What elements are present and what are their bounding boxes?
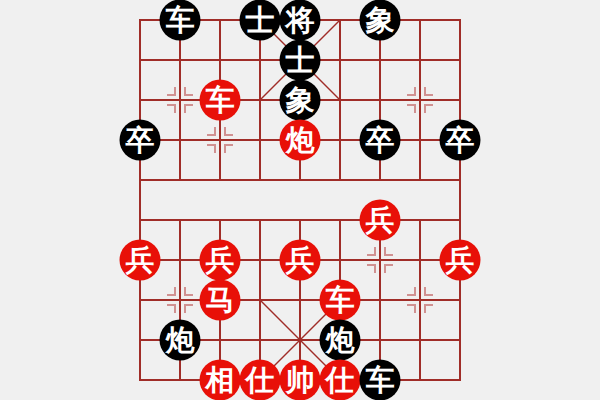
- point-2-7[interactable]: 马: [200, 280, 240, 320]
- point-7-4[interactable]: [400, 160, 440, 200]
- piece-red-chariot[interactable]: 车: [200, 80, 241, 121]
- point-2-9[interactable]: 相: [200, 360, 240, 400]
- point-7-6[interactable]: [400, 240, 440, 280]
- point-1-6[interactable]: [160, 240, 200, 280]
- point-8-3[interactable]: 卒: [440, 120, 480, 160]
- piece-black-soldier[interactable]: 卒: [360, 120, 401, 161]
- point-8-7[interactable]: [440, 280, 480, 320]
- point-5-3[interactable]: [320, 120, 360, 160]
- point-8-5[interactable]: [440, 200, 480, 240]
- point-7-1[interactable]: [400, 40, 440, 80]
- point-1-0[interactable]: 车: [160, 0, 200, 40]
- point-1-4[interactable]: [160, 160, 200, 200]
- piece-red-chariot[interactable]: 车: [320, 280, 361, 321]
- point-3-6[interactable]: [240, 240, 280, 280]
- point-6-6[interactable]: [360, 240, 400, 280]
- point-4-2[interactable]: 象: [280, 80, 320, 120]
- point-2-2[interactable]: 车: [200, 80, 240, 120]
- point-1-9[interactable]: [160, 360, 200, 400]
- piece-red-elephant[interactable]: 相: [200, 360, 241, 400]
- point-2-4[interactable]: [200, 160, 240, 200]
- piece-black-chariot[interactable]: 车: [160, 0, 201, 41]
- point-4-4[interactable]: [280, 160, 320, 200]
- xiangqi-board-screen: 车士将象士车象卒炮卒卒兵兵兵兵兵马车炮炮相仕帅仕车: [0, 0, 600, 400]
- point-4-0[interactable]: 将: [280, 0, 320, 40]
- point-5-4[interactable]: [320, 160, 360, 200]
- point-5-9[interactable]: 仕: [320, 360, 360, 400]
- piece-black-elephant[interactable]: 象: [280, 80, 321, 121]
- xiangqi-board: 车士将象士车象卒炮卒卒兵兵兵兵兵马车炮炮相仕帅仕车: [120, 0, 480, 400]
- piece-red-horse[interactable]: 马: [200, 280, 241, 321]
- point-0-3[interactable]: 卒: [120, 120, 160, 160]
- point-8-1[interactable]: [440, 40, 480, 80]
- point-0-8[interactable]: [120, 320, 160, 360]
- piece-black-general[interactable]: 将: [280, 0, 321, 41]
- point-4-5[interactable]: [280, 200, 320, 240]
- point-8-6[interactable]: 兵: [440, 240, 480, 280]
- point-0-5[interactable]: [120, 200, 160, 240]
- point-3-4[interactable]: [240, 160, 280, 200]
- point-3-9[interactable]: 仕: [240, 360, 280, 400]
- point-3-7[interactable]: [240, 280, 280, 320]
- piece-red-advisor[interactable]: 仕: [240, 360, 281, 400]
- point-3-8[interactable]: [240, 320, 280, 360]
- point-0-7[interactable]: [120, 280, 160, 320]
- point-2-3[interactable]: [200, 120, 240, 160]
- point-2-0[interactable]: [200, 0, 240, 40]
- point-4-9[interactable]: 帅: [280, 360, 320, 400]
- point-8-0[interactable]: [440, 0, 480, 40]
- point-6-5[interactable]: 兵: [360, 200, 400, 240]
- point-3-1[interactable]: [240, 40, 280, 80]
- point-5-8[interactable]: 炮: [320, 320, 360, 360]
- piece-red-soldier[interactable]: 兵: [360, 200, 401, 241]
- point-7-3[interactable]: [400, 120, 440, 160]
- piece-red-soldier[interactable]: 兵: [440, 240, 481, 281]
- point-2-8[interactable]: [200, 320, 240, 360]
- point-6-3[interactable]: 卒: [360, 120, 400, 160]
- point-3-5[interactable]: [240, 200, 280, 240]
- point-1-1[interactable]: [160, 40, 200, 80]
- point-2-1[interactable]: [200, 40, 240, 80]
- point-2-5[interactable]: [200, 200, 240, 240]
- point-8-9[interactable]: [440, 360, 480, 400]
- point-4-3[interactable]: 炮: [280, 120, 320, 160]
- point-8-2[interactable]: [440, 80, 480, 120]
- point-7-8[interactable]: [400, 320, 440, 360]
- point-1-7[interactable]: [160, 280, 200, 320]
- point-1-3[interactable]: [160, 120, 200, 160]
- point-8-8[interactable]: [440, 320, 480, 360]
- point-7-0[interactable]: [400, 0, 440, 40]
- point-3-3[interactable]: [240, 120, 280, 160]
- piece-red-soldier[interactable]: 兵: [280, 240, 321, 281]
- point-7-7[interactable]: [400, 280, 440, 320]
- point-0-9[interactable]: [120, 360, 160, 400]
- point-1-8[interactable]: 炮: [160, 320, 200, 360]
- point-6-4[interactable]: [360, 160, 400, 200]
- piece-black-cannon[interactable]: 炮: [320, 320, 361, 361]
- piece-black-elephant[interactable]: 象: [360, 0, 401, 41]
- piece-black-advisor[interactable]: 士: [280, 40, 321, 81]
- point-5-1[interactable]: [320, 40, 360, 80]
- piece-black-advisor[interactable]: 士: [240, 0, 281, 41]
- point-4-8[interactable]: [280, 320, 320, 360]
- point-3-2[interactable]: [240, 80, 280, 120]
- point-4-1[interactable]: 士: [280, 40, 320, 80]
- point-1-5[interactable]: [160, 200, 200, 240]
- point-7-5[interactable]: [400, 200, 440, 240]
- piece-red-cannon[interactable]: 炮: [280, 120, 321, 161]
- point-0-2[interactable]: [120, 80, 160, 120]
- point-0-1[interactable]: [120, 40, 160, 80]
- point-3-0[interactable]: 士: [240, 0, 280, 40]
- point-6-9[interactable]: 车: [360, 360, 400, 400]
- piece-red-soldier[interactable]: 兵: [120, 240, 161, 281]
- point-7-9[interactable]: [400, 360, 440, 400]
- point-5-0[interactable]: [320, 0, 360, 40]
- point-0-6[interactable]: 兵: [120, 240, 160, 280]
- point-5-5[interactable]: [320, 200, 360, 240]
- piece-black-soldier[interactable]: 卒: [440, 120, 481, 161]
- piece-red-soldier[interactable]: 兵: [200, 240, 241, 281]
- point-8-4[interactable]: [440, 160, 480, 200]
- point-6-8[interactable]: [360, 320, 400, 360]
- piece-black-chariot[interactable]: 车: [360, 360, 401, 400]
- point-5-6[interactable]: [320, 240, 360, 280]
- piece-red-advisor[interactable]: 仕: [320, 360, 361, 400]
- piece-black-cannon[interactable]: 炮: [160, 320, 201, 361]
- point-0-0[interactable]: [120, 0, 160, 40]
- piece-red-general[interactable]: 帅: [280, 360, 321, 400]
- point-6-0[interactable]: 象: [360, 0, 400, 40]
- point-6-1[interactable]: [360, 40, 400, 80]
- point-5-2[interactable]: [320, 80, 360, 120]
- point-6-2[interactable]: [360, 80, 400, 120]
- point-6-7[interactable]: [360, 280, 400, 320]
- piece-black-soldier[interactable]: 卒: [120, 120, 161, 161]
- point-7-2[interactable]: [400, 80, 440, 120]
- point-4-6[interactable]: 兵: [280, 240, 320, 280]
- point-2-6[interactable]: 兵: [200, 240, 240, 280]
- point-0-4[interactable]: [120, 160, 160, 200]
- point-4-7[interactable]: [280, 280, 320, 320]
- point-5-7[interactable]: 车: [320, 280, 360, 320]
- point-1-2[interactable]: [160, 80, 200, 120]
